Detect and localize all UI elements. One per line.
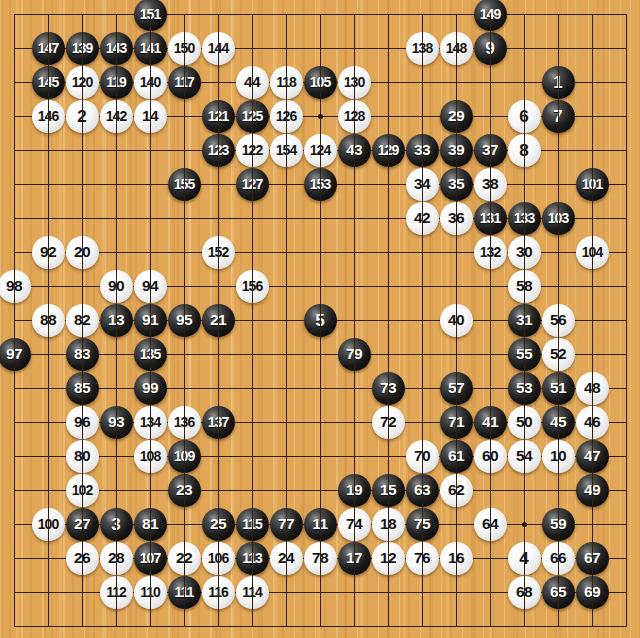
intersection-15-16[interactable]: 64 (473, 507, 507, 541)
intersection-17-1[interactable] (541, 0, 575, 31)
intersection-2-13[interactable] (31, 405, 65, 439)
intersection-4-19[interactable] (99, 609, 133, 638)
intersection-12-11[interactable] (371, 337, 405, 371)
intersection-8-1[interactable] (235, 0, 269, 31)
intersection-17-18[interactable]: 65 (541, 575, 575, 609)
intersection-2-10[interactable]: 88 (31, 303, 65, 337)
intersection-4-4[interactable]: 142 (99, 99, 133, 133)
intersection-4-11[interactable] (99, 337, 133, 371)
intersection-17-13[interactable]: 45 (541, 405, 575, 439)
intersection-5-19[interactable] (133, 609, 167, 638)
intersection-9-12[interactable] (269, 371, 303, 405)
intersection-1-10[interactable] (0, 303, 31, 337)
intersection-2-12[interactable] (31, 371, 65, 405)
intersection-7-6[interactable] (201, 167, 235, 201)
intersection-18-10[interactable] (575, 303, 609, 337)
intersection-7-1[interactable] (201, 0, 235, 31)
intersection-2-1[interactable] (31, 0, 65, 31)
intersection-12-4[interactable] (371, 99, 405, 133)
intersection-14-5[interactable]: 39 (439, 133, 473, 167)
intersection-4-12[interactable] (99, 371, 133, 405)
intersection-6-13[interactable]: 136 (167, 405, 201, 439)
intersection-3-4[interactable]: 2 (65, 99, 99, 133)
intersection-9-5[interactable]: 154 (269, 133, 303, 167)
intersection-5-18[interactable]: 110 (133, 575, 167, 609)
intersection-7-19[interactable] (201, 609, 235, 638)
intersection-19-3[interactable] (609, 65, 640, 99)
intersection-8-15[interactable] (235, 473, 269, 507)
intersection-4-16[interactable]: 3 (99, 507, 133, 541)
intersection-3-10[interactable]: 82 (65, 303, 99, 337)
intersection-19-7[interactable] (609, 201, 640, 235)
intersection-2-8[interactable]: 92 (31, 235, 65, 269)
intersection-7-11[interactable] (201, 337, 235, 371)
intersection-2-15[interactable] (31, 473, 65, 507)
intersection-8-12[interactable] (235, 371, 269, 405)
intersection-10-16[interactable]: 11 (303, 507, 337, 541)
intersection-3-7[interactable] (65, 201, 99, 235)
intersection-2-3[interactable]: 145 (31, 65, 65, 99)
intersection-16-18[interactable]: 68 (507, 575, 541, 609)
intersection-10-10[interactable]: 5 (303, 303, 337, 337)
intersection-1-11[interactable]: 97 (0, 337, 31, 371)
intersection-14-15[interactable]: 62 (439, 473, 473, 507)
intersection-9-14[interactable] (269, 439, 303, 473)
intersection-10-11[interactable] (303, 337, 337, 371)
intersection-13-10[interactable] (405, 303, 439, 337)
intersection-8-8[interactable] (235, 235, 269, 269)
intersection-1-1[interactable] (0, 0, 31, 31)
intersection-18-12[interactable]: 48 (575, 371, 609, 405)
intersection-8-16[interactable]: 115 (235, 507, 269, 541)
intersection-7-16[interactable]: 25 (201, 507, 235, 541)
intersection-10-7[interactable] (303, 201, 337, 235)
intersection-5-15[interactable] (133, 473, 167, 507)
intersection-14-2[interactable]: 148 (439, 31, 473, 65)
intersection-1-8[interactable] (0, 235, 31, 269)
intersection-2-19[interactable] (31, 609, 65, 638)
intersection-10-12[interactable] (303, 371, 337, 405)
intersection-6-2[interactable]: 150 (167, 31, 201, 65)
intersection-12-12[interactable]: 73 (371, 371, 405, 405)
intersection-6-18[interactable]: 111 (167, 575, 201, 609)
intersection-4-10[interactable]: 13 (99, 303, 133, 337)
intersection-8-17[interactable]: 113 (235, 541, 269, 575)
intersection-17-15[interactable] (541, 473, 575, 507)
intersection-1-6[interactable] (0, 167, 31, 201)
intersection-18-9[interactable] (575, 269, 609, 303)
intersection-16-2[interactable] (507, 31, 541, 65)
intersection-5-4[interactable]: 14 (133, 99, 167, 133)
intersection-9-10[interactable] (269, 303, 303, 337)
intersection-4-3[interactable]: 119 (99, 65, 133, 99)
intersection-17-9[interactable] (541, 269, 575, 303)
intersection-2-6[interactable] (31, 167, 65, 201)
intersection-6-8[interactable] (167, 235, 201, 269)
intersection-1-19[interactable] (0, 609, 31, 638)
intersection-18-16[interactable] (575, 507, 609, 541)
intersection-19-9[interactable] (609, 269, 640, 303)
intersection-11-11[interactable]: 79 (337, 337, 371, 371)
intersection-11-7[interactable] (337, 201, 371, 235)
intersection-7-10[interactable]: 21 (201, 303, 235, 337)
intersection-12-8[interactable] (371, 235, 405, 269)
intersection-18-8[interactable]: 104 (575, 235, 609, 269)
intersection-10-13[interactable] (303, 405, 337, 439)
intersection-10-2[interactable] (303, 31, 337, 65)
intersection-10-5[interactable]: 124 (303, 133, 337, 167)
intersection-9-3[interactable]: 118 (269, 65, 303, 99)
intersection-13-1[interactable] (405, 0, 439, 31)
intersection-18-19[interactable] (575, 609, 609, 638)
intersection-12-14[interactable] (371, 439, 405, 473)
intersection-8-19[interactable] (235, 609, 269, 638)
intersection-15-3[interactable] (473, 65, 507, 99)
intersection-18-1[interactable] (575, 0, 609, 31)
intersection-2-17[interactable] (31, 541, 65, 575)
intersection-17-12[interactable]: 51 (541, 371, 575, 405)
intersection-1-12[interactable] (0, 371, 31, 405)
intersection-15-4[interactable] (473, 99, 507, 133)
intersection-9-18[interactable] (269, 575, 303, 609)
intersection-10-8[interactable] (303, 235, 337, 269)
intersection-15-13[interactable]: 41 (473, 405, 507, 439)
intersection-19-6[interactable] (609, 167, 640, 201)
intersection-3-3[interactable]: 120 (65, 65, 99, 99)
intersection-10-18[interactable] (303, 575, 337, 609)
intersection-13-12[interactable] (405, 371, 439, 405)
intersection-7-12[interactable] (201, 371, 235, 405)
intersection-15-17[interactable] (473, 541, 507, 575)
intersection-16-17[interactable]: 4 (507, 541, 541, 575)
intersection-13-11[interactable] (405, 337, 439, 371)
intersection-12-7[interactable] (371, 201, 405, 235)
intersection-6-7[interactable] (167, 201, 201, 235)
intersection-9-19[interactable] (269, 609, 303, 638)
intersection-7-2[interactable]: 144 (201, 31, 235, 65)
intersection-4-13[interactable]: 93 (99, 405, 133, 439)
intersection-10-15[interactable] (303, 473, 337, 507)
intersection-9-17[interactable]: 24 (269, 541, 303, 575)
intersection-15-19[interactable] (473, 609, 507, 638)
intersection-5-5[interactable] (133, 133, 167, 167)
intersection-13-3[interactable] (405, 65, 439, 99)
intersection-10-17[interactable]: 78 (303, 541, 337, 575)
intersection-1-14[interactable] (0, 439, 31, 473)
intersection-7-4[interactable]: 121 (201, 99, 235, 133)
intersection-7-18[interactable]: 116 (201, 575, 235, 609)
intersection-5-13[interactable]: 134 (133, 405, 167, 439)
intersection-5-10[interactable]: 91 (133, 303, 167, 337)
intersection-14-18[interactable] (439, 575, 473, 609)
intersection-3-15[interactable]: 102 (65, 473, 99, 507)
intersection-8-6[interactable]: 127 (235, 167, 269, 201)
intersection-15-11[interactable] (473, 337, 507, 371)
intersection-4-18[interactable]: 112 (99, 575, 133, 609)
intersection-4-5[interactable] (99, 133, 133, 167)
intersection-5-11[interactable]: 135 (133, 337, 167, 371)
intersection-2-4[interactable]: 146 (31, 99, 65, 133)
intersection-9-4[interactable]: 126 (269, 99, 303, 133)
intersection-15-18[interactable] (473, 575, 507, 609)
intersection-8-3[interactable]: 44 (235, 65, 269, 99)
intersection-12-15[interactable]: 15 (371, 473, 405, 507)
intersection-8-7[interactable] (235, 201, 269, 235)
intersection-7-5[interactable]: 123 (201, 133, 235, 167)
intersection-14-3[interactable] (439, 65, 473, 99)
intersection-14-13[interactable]: 71 (439, 405, 473, 439)
intersection-17-5[interactable] (541, 133, 575, 167)
intersection-4-9[interactable]: 90 (99, 269, 133, 303)
intersection-15-1[interactable]: 149 (473, 0, 507, 31)
intersection-16-14[interactable]: 54 (507, 439, 541, 473)
intersection-16-3[interactable] (507, 65, 541, 99)
intersection-7-14[interactable] (201, 439, 235, 473)
intersection-14-19[interactable] (439, 609, 473, 638)
intersection-8-13[interactable] (235, 405, 269, 439)
intersection-12-17[interactable]: 12 (371, 541, 405, 575)
intersection-18-4[interactable] (575, 99, 609, 133)
intersection-7-15[interactable] (201, 473, 235, 507)
intersection-14-1[interactable] (439, 0, 473, 31)
intersection-7-7[interactable] (201, 201, 235, 235)
intersection-6-19[interactable] (167, 609, 201, 638)
intersection-3-18[interactable] (65, 575, 99, 609)
intersection-9-9[interactable] (269, 269, 303, 303)
intersection-11-15[interactable]: 19 (337, 473, 371, 507)
intersection-13-2[interactable]: 138 (405, 31, 439, 65)
intersection-3-14[interactable]: 80 (65, 439, 99, 473)
intersection-11-18[interactable] (337, 575, 371, 609)
intersection-13-4[interactable] (405, 99, 439, 133)
intersection-16-10[interactable]: 31 (507, 303, 541, 337)
intersection-8-5[interactable]: 122 (235, 133, 269, 167)
intersection-17-16[interactable]: 59 (541, 507, 575, 541)
intersection-3-17[interactable]: 26 (65, 541, 99, 575)
intersection-10-14[interactable] (303, 439, 337, 473)
intersection-7-9[interactable] (201, 269, 235, 303)
intersection-17-19[interactable] (541, 609, 575, 638)
intersection-17-2[interactable] (541, 31, 575, 65)
intersection-6-12[interactable] (167, 371, 201, 405)
intersection-3-2[interactable]: 139 (65, 31, 99, 65)
intersection-3-19[interactable] (65, 609, 99, 638)
intersection-9-16[interactable]: 77 (269, 507, 303, 541)
intersection-3-6[interactable] (65, 167, 99, 201)
intersection-13-6[interactable]: 34 (405, 167, 439, 201)
intersection-8-10[interactable] (235, 303, 269, 337)
intersection-13-8[interactable] (405, 235, 439, 269)
intersection-14-4[interactable]: 29 (439, 99, 473, 133)
intersection-10-1[interactable] (303, 0, 337, 31)
intersection-15-10[interactable] (473, 303, 507, 337)
intersection-14-9[interactable] (439, 269, 473, 303)
intersection-6-5[interactable] (167, 133, 201, 167)
intersection-9-8[interactable] (269, 235, 303, 269)
intersection-19-13[interactable] (609, 405, 640, 439)
intersection-4-1[interactable] (99, 0, 133, 31)
intersection-19-10[interactable] (609, 303, 640, 337)
intersection-5-12[interactable]: 99 (133, 371, 167, 405)
intersection-6-10[interactable]: 95 (167, 303, 201, 337)
intersection-6-14[interactable]: 109 (167, 439, 201, 473)
intersection-16-15[interactable] (507, 473, 541, 507)
intersection-2-14[interactable] (31, 439, 65, 473)
intersection-7-3[interactable] (201, 65, 235, 99)
intersection-17-11[interactable]: 52 (541, 337, 575, 371)
intersection-8-14[interactable] (235, 439, 269, 473)
intersection-17-3[interactable]: 1 (541, 65, 575, 99)
intersection-6-3[interactable]: 117 (167, 65, 201, 99)
intersection-13-14[interactable]: 70 (405, 439, 439, 473)
intersection-1-9[interactable]: 98 (0, 269, 31, 303)
intersection-5-7[interactable] (133, 201, 167, 235)
intersection-2-2[interactable]: 147 (31, 31, 65, 65)
intersection-13-15[interactable]: 63 (405, 473, 439, 507)
intersection-9-13[interactable] (269, 405, 303, 439)
intersection-13-16[interactable]: 75 (405, 507, 439, 541)
intersection-5-9[interactable]: 94 (133, 269, 167, 303)
intersection-18-11[interactable] (575, 337, 609, 371)
intersection-9-1[interactable] (269, 0, 303, 31)
intersection-1-4[interactable] (0, 99, 31, 133)
intersection-1-15[interactable] (0, 473, 31, 507)
intersection-14-8[interactable] (439, 235, 473, 269)
intersection-5-1[interactable]: 151 (133, 0, 167, 31)
intersection-11-17[interactable]: 17 (337, 541, 371, 575)
intersection-19-19[interactable] (609, 609, 640, 638)
intersection-19-12[interactable] (609, 371, 640, 405)
intersection-6-11[interactable] (167, 337, 201, 371)
intersection-12-10[interactable] (371, 303, 405, 337)
intersection-10-4[interactable] (303, 99, 337, 133)
intersection-16-4[interactable]: 6 (507, 99, 541, 133)
intersection-1-16[interactable] (0, 507, 31, 541)
intersection-2-5[interactable] (31, 133, 65, 167)
intersection-19-2[interactable] (609, 31, 640, 65)
intersection-14-12[interactable]: 57 (439, 371, 473, 405)
intersection-5-6[interactable] (133, 167, 167, 201)
intersection-13-5[interactable]: 33 (405, 133, 439, 167)
intersection-6-6[interactable]: 155 (167, 167, 201, 201)
intersection-15-7[interactable]: 131 (473, 201, 507, 235)
intersection-16-5[interactable]: 8 (507, 133, 541, 167)
intersection-14-16[interactable] (439, 507, 473, 541)
intersection-15-8[interactable]: 132 (473, 235, 507, 269)
intersection-15-6[interactable]: 38 (473, 167, 507, 201)
intersection-17-10[interactable]: 56 (541, 303, 575, 337)
intersection-5-2[interactable]: 141 (133, 31, 167, 65)
intersection-4-17[interactable]: 28 (99, 541, 133, 575)
intersection-15-12[interactable] (473, 371, 507, 405)
intersection-1-3[interactable] (0, 65, 31, 99)
intersection-17-8[interactable] (541, 235, 575, 269)
intersection-17-6[interactable] (541, 167, 575, 201)
intersection-17-4[interactable]: 7 (541, 99, 575, 133)
intersection-13-13[interactable] (405, 405, 439, 439)
intersection-12-16[interactable]: 18 (371, 507, 405, 541)
intersection-8-9[interactable]: 156 (235, 269, 269, 303)
intersection-17-7[interactable]: 103 (541, 201, 575, 235)
intersection-11-1[interactable] (337, 0, 371, 31)
intersection-11-5[interactable]: 43 (337, 133, 371, 167)
intersection-19-11[interactable] (609, 337, 640, 371)
intersection-12-2[interactable] (371, 31, 405, 65)
intersection-16-8[interactable]: 30 (507, 235, 541, 269)
intersection-19-5[interactable] (609, 133, 640, 167)
intersection-7-13[interactable]: 137 (201, 405, 235, 439)
intersection-1-2[interactable] (0, 31, 31, 65)
intersection-19-4[interactable] (609, 99, 640, 133)
intersection-6-1[interactable] (167, 0, 201, 31)
intersection-3-1[interactable] (65, 0, 99, 31)
intersection-6-16[interactable] (167, 507, 201, 541)
intersection-14-17[interactable]: 16 (439, 541, 473, 575)
intersection-12-6[interactable] (371, 167, 405, 201)
intersection-13-18[interactable] (405, 575, 439, 609)
intersection-1-5[interactable] (0, 133, 31, 167)
intersection-18-7[interactable] (575, 201, 609, 235)
intersection-10-6[interactable]: 153 (303, 167, 337, 201)
intersection-10-19[interactable] (303, 609, 337, 638)
intersection-5-3[interactable]: 140 (133, 65, 167, 99)
intersection-9-6[interactable] (269, 167, 303, 201)
intersection-7-8[interactable]: 152 (201, 235, 235, 269)
intersection-2-7[interactable] (31, 201, 65, 235)
intersection-16-13[interactable]: 50 (507, 405, 541, 439)
intersection-18-18[interactable]: 69 (575, 575, 609, 609)
intersection-17-17[interactable]: 66 (541, 541, 575, 575)
intersection-14-10[interactable]: 40 (439, 303, 473, 337)
intersection-8-2[interactable] (235, 31, 269, 65)
intersection-12-9[interactable] (371, 269, 405, 303)
intersection-15-5[interactable]: 37 (473, 133, 507, 167)
intersection-8-4[interactable]: 125 (235, 99, 269, 133)
intersection-12-3[interactable] (371, 65, 405, 99)
intersection-16-6[interactable] (507, 167, 541, 201)
intersection-4-2[interactable]: 143 (99, 31, 133, 65)
intersection-11-12[interactable] (337, 371, 371, 405)
intersection-13-7[interactable]: 42 (405, 201, 439, 235)
intersection-3-16[interactable]: 27 (65, 507, 99, 541)
intersection-18-13[interactable]: 46 (575, 405, 609, 439)
intersection-12-19[interactable] (371, 609, 405, 638)
intersection-9-11[interactable] (269, 337, 303, 371)
intersection-19-8[interactable] (609, 235, 640, 269)
intersection-13-9[interactable] (405, 269, 439, 303)
intersection-7-17[interactable]: 106 (201, 541, 235, 575)
intersection-16-12[interactable]: 53 (507, 371, 541, 405)
intersection-11-4[interactable]: 128 (337, 99, 371, 133)
intersection-2-9[interactable] (31, 269, 65, 303)
intersection-1-7[interactable] (0, 201, 31, 235)
intersection-17-14[interactable]: 10 (541, 439, 575, 473)
intersection-11-10[interactable] (337, 303, 371, 337)
intersection-15-9[interactable] (473, 269, 507, 303)
intersection-18-6[interactable]: 101 (575, 167, 609, 201)
intersection-11-19[interactable] (337, 609, 371, 638)
intersection-18-15[interactable]: 49 (575, 473, 609, 507)
intersection-4-15[interactable] (99, 473, 133, 507)
intersection-19-1[interactable] (609, 0, 640, 31)
intersection-3-12[interactable]: 85 (65, 371, 99, 405)
intersection-14-14[interactable]: 61 (439, 439, 473, 473)
intersection-5-14[interactable]: 108 (133, 439, 167, 473)
intersection-3-9[interactable] (65, 269, 99, 303)
intersection-5-8[interactable] (133, 235, 167, 269)
intersection-4-6[interactable] (99, 167, 133, 201)
intersection-4-7[interactable] (99, 201, 133, 235)
